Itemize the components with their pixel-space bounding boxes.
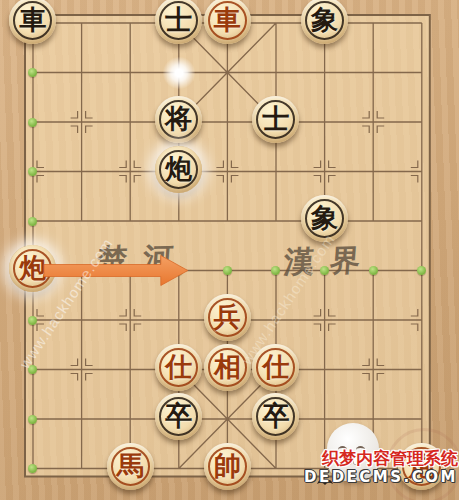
- xiangqi-board-screen: 楚河 漢界 車士車象将士炮象炮兵仕相仕卒卒馬帥炮 www.hackhome.co…: [0, 0, 459, 500]
- move-arrow: [0, 0, 459, 500]
